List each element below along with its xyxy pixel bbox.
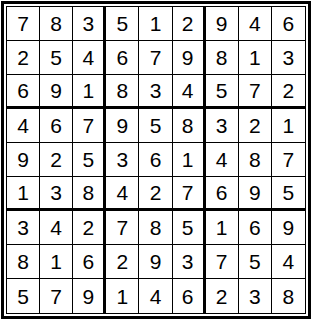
cell-r6c6[interactable]: 7: [173, 177, 206, 211]
cell-r3c1[interactable]: 6: [7, 75, 40, 109]
cell-r6c2[interactable]: 3: [40, 177, 73, 211]
cell-r6c8[interactable]: 9: [239, 177, 272, 211]
cell-r7c9[interactable]: 9: [272, 211, 305, 245]
cell-r2c3[interactable]: 4: [73, 41, 106, 75]
cell-r9c3[interactable]: 9: [73, 279, 106, 313]
cell-r1c7[interactable]: 9: [206, 7, 239, 41]
cell-r9c4[interactable]: 1: [106, 279, 139, 313]
cell-r2c6[interactable]: 9: [173, 41, 206, 75]
cell-r5c6[interactable]: 1: [173, 143, 206, 177]
cell-r7c2[interactable]: 4: [40, 211, 73, 245]
cell-r8c1[interactable]: 8: [7, 245, 40, 279]
cell-r5c9[interactable]: 7: [272, 143, 305, 177]
cell-r4c2[interactable]: 6: [40, 109, 73, 143]
cell-r1c3[interactable]: 3: [73, 7, 106, 41]
cell-r8c9[interactable]: 4: [272, 245, 305, 279]
cell-r1c2[interactable]: 8: [40, 7, 73, 41]
cell-r2c4[interactable]: 6: [106, 41, 139, 75]
cell-r9c9[interactable]: 8: [272, 279, 305, 313]
cell-r8c4[interactable]: 2: [106, 245, 139, 279]
cell-r1c1[interactable]: 7: [7, 7, 40, 41]
cell-r6c4[interactable]: 4: [106, 177, 139, 211]
cell-r9c2[interactable]: 7: [40, 279, 73, 313]
cell-r8c6[interactable]: 3: [173, 245, 206, 279]
cell-r3c3[interactable]: 1: [73, 75, 106, 109]
cell-r4c6[interactable]: 8: [173, 109, 206, 143]
cell-r4c9[interactable]: 1: [272, 109, 305, 143]
cell-r8c8[interactable]: 5: [239, 245, 272, 279]
cell-r1c8[interactable]: 4: [239, 7, 272, 41]
cell-r9c1[interactable]: 5: [7, 279, 40, 313]
cell-r7c3[interactable]: 2: [73, 211, 106, 245]
cell-r3c9[interactable]: 2: [272, 75, 305, 109]
cell-r5c8[interactable]: 8: [239, 143, 272, 177]
cell-r9c8[interactable]: 3: [239, 279, 272, 313]
cell-r7c8[interactable]: 6: [239, 211, 272, 245]
cell-r5c3[interactable]: 5: [73, 143, 106, 177]
cell-r1c5[interactable]: 1: [139, 7, 172, 41]
cell-r6c9[interactable]: 5: [272, 177, 305, 211]
cell-r5c4[interactable]: 3: [106, 143, 139, 177]
cell-r5c1[interactable]: 9: [7, 143, 40, 177]
cell-r8c2[interactable]: 1: [40, 245, 73, 279]
sudoku-board: 7835129462546798136918345724679583219253…: [1, 1, 311, 319]
cell-r7c5[interactable]: 8: [139, 211, 172, 245]
cell-r5c7[interactable]: 4: [206, 143, 239, 177]
cell-r4c4[interactable]: 9: [106, 109, 139, 143]
cell-r8c3[interactable]: 6: [73, 245, 106, 279]
cell-r4c3[interactable]: 7: [73, 109, 106, 143]
cell-r6c3[interactable]: 8: [73, 177, 106, 211]
cell-r5c2[interactable]: 2: [40, 143, 73, 177]
cell-r2c2[interactable]: 5: [40, 41, 73, 75]
cell-r4c8[interactable]: 2: [239, 109, 272, 143]
cell-r1c9[interactable]: 6: [272, 7, 305, 41]
cell-r2c5[interactable]: 7: [139, 41, 172, 75]
cell-r4c7[interactable]: 3: [206, 109, 239, 143]
cell-r4c5[interactable]: 5: [139, 109, 172, 143]
cell-r2c1[interactable]: 2: [7, 41, 40, 75]
cell-r1c6[interactable]: 2: [173, 7, 206, 41]
cell-r3c5[interactable]: 3: [139, 75, 172, 109]
cell-r9c5[interactable]: 4: [139, 279, 172, 313]
cell-r3c4[interactable]: 8: [106, 75, 139, 109]
cell-r8c7[interactable]: 7: [206, 245, 239, 279]
sudoku-grid: 7835129462546798136918345724679583219253…: [6, 6, 306, 314]
cell-r2c8[interactable]: 1: [239, 41, 272, 75]
cell-r4c1[interactable]: 4: [7, 109, 40, 143]
cell-r9c7[interactable]: 2: [206, 279, 239, 313]
cell-r5c5[interactable]: 6: [139, 143, 172, 177]
cell-r6c7[interactable]: 6: [206, 177, 239, 211]
cell-r9c6[interactable]: 6: [173, 279, 206, 313]
cell-r7c4[interactable]: 7: [106, 211, 139, 245]
cell-r3c6[interactable]: 4: [173, 75, 206, 109]
cell-r1c4[interactable]: 5: [106, 7, 139, 41]
cell-r2c9[interactable]: 3: [272, 41, 305, 75]
cell-r6c5[interactable]: 2: [139, 177, 172, 211]
cell-r8c5[interactable]: 9: [139, 245, 172, 279]
cell-r3c7[interactable]: 5: [206, 75, 239, 109]
cell-r7c1[interactable]: 3: [7, 211, 40, 245]
cell-r7c6[interactable]: 5: [173, 211, 206, 245]
cell-r6c1[interactable]: 1: [7, 177, 40, 211]
cell-r2c7[interactable]: 8: [206, 41, 239, 75]
cell-r3c8[interactable]: 7: [239, 75, 272, 109]
cell-r3c2[interactable]: 9: [40, 75, 73, 109]
cell-r7c7[interactable]: 1: [206, 211, 239, 245]
